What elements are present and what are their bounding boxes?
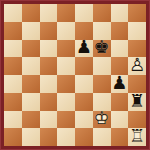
white-king[interactable]: ♚♔ xyxy=(93,111,111,129)
square-d7[interactable] xyxy=(57,22,75,40)
square-f8[interactable] xyxy=(93,4,111,22)
square-b3[interactable] xyxy=(22,93,40,111)
piece-outline: ♙ xyxy=(129,57,145,75)
square-f2[interactable]: ♚♔ xyxy=(93,111,111,129)
square-c5[interactable] xyxy=(40,57,58,75)
square-b4[interactable] xyxy=(22,75,40,93)
piece-fill: ♚ xyxy=(94,110,110,128)
square-a4[interactable] xyxy=(4,75,22,93)
board-grid: ♟♚♟♙♟♜♚♔♜♖ xyxy=(4,4,146,146)
piece-glyph: ♟ xyxy=(111,74,127,92)
square-g2[interactable] xyxy=(111,111,129,129)
square-a8[interactable] xyxy=(4,4,22,22)
square-b6[interactable] xyxy=(22,40,40,58)
square-f4[interactable] xyxy=(93,75,111,93)
square-c1[interactable] xyxy=(40,128,58,146)
square-h8[interactable] xyxy=(128,4,146,22)
square-g6[interactable] xyxy=(111,40,129,58)
square-a6[interactable] xyxy=(4,40,22,58)
square-h5[interactable]: ♟♙ xyxy=(128,57,146,75)
square-e3[interactable] xyxy=(75,93,93,111)
square-d4[interactable] xyxy=(57,75,75,93)
square-g3[interactable] xyxy=(111,93,129,111)
piece-fill: ♜ xyxy=(129,128,145,146)
square-d8[interactable] xyxy=(57,4,75,22)
square-e1[interactable] xyxy=(75,128,93,146)
square-c3[interactable] xyxy=(40,93,58,111)
square-a7[interactable] xyxy=(4,22,22,40)
square-d2[interactable] xyxy=(57,111,75,129)
square-g1[interactable] xyxy=(111,128,129,146)
square-a3[interactable] xyxy=(4,93,22,111)
square-f6[interactable]: ♚ xyxy=(93,40,111,58)
square-d1[interactable] xyxy=(57,128,75,146)
square-f1[interactable] xyxy=(93,128,111,146)
square-c6[interactable] xyxy=(40,40,58,58)
piece-outline: ♔ xyxy=(94,110,110,128)
square-g5[interactable] xyxy=(111,57,129,75)
square-d3[interactable] xyxy=(57,93,75,111)
square-e8[interactable] xyxy=(75,4,93,22)
square-b5[interactable] xyxy=(22,57,40,75)
square-h3[interactable]: ♜ xyxy=(128,93,146,111)
square-a1[interactable] xyxy=(4,128,22,146)
square-b1[interactable] xyxy=(22,128,40,146)
square-h4[interactable] xyxy=(128,75,146,93)
square-c7[interactable] xyxy=(40,22,58,40)
square-d6[interactable] xyxy=(57,40,75,58)
square-c4[interactable] xyxy=(40,75,58,93)
square-g8[interactable] xyxy=(111,4,129,22)
square-e7[interactable] xyxy=(75,22,93,40)
square-e6[interactable]: ♟ xyxy=(75,40,93,58)
square-e5[interactable] xyxy=(75,57,93,75)
square-g4[interactable]: ♟ xyxy=(111,75,129,93)
black-rook[interactable]: ♜ xyxy=(128,93,146,111)
square-b8[interactable] xyxy=(22,4,40,22)
chess-board: ♟♚♟♙♟♜♚♔♜♖ xyxy=(0,0,150,150)
square-e2[interactable] xyxy=(75,111,93,129)
square-f5[interactable] xyxy=(93,57,111,75)
square-c8[interactable] xyxy=(40,4,58,22)
square-h1[interactable]: ♜♖ xyxy=(128,128,146,146)
square-c2[interactable] xyxy=(40,111,58,129)
square-f7[interactable] xyxy=(93,22,111,40)
square-h6[interactable] xyxy=(128,40,146,58)
white-pawn[interactable]: ♟♙ xyxy=(128,57,146,75)
square-g7[interactable] xyxy=(111,22,129,40)
white-rook[interactable]: ♜♖ xyxy=(128,128,146,146)
piece-outline: ♖ xyxy=(129,128,145,146)
square-a5[interactable] xyxy=(4,57,22,75)
piece-glyph: ♜ xyxy=(129,92,145,110)
piece-glyph: ♟ xyxy=(76,39,92,57)
piece-glyph: ♚ xyxy=(94,39,110,57)
square-b2[interactable] xyxy=(22,111,40,129)
square-e4[interactable] xyxy=(75,75,93,93)
black-pawn[interactable]: ♟ xyxy=(111,75,129,93)
square-f3[interactable] xyxy=(93,93,111,111)
square-b7[interactable] xyxy=(22,22,40,40)
square-a2[interactable] xyxy=(4,111,22,129)
square-d5[interactable] xyxy=(57,57,75,75)
black-pawn[interactable]: ♟ xyxy=(75,40,93,58)
square-h2[interactable] xyxy=(128,111,146,129)
piece-fill: ♟ xyxy=(129,57,145,75)
square-h7[interactable] xyxy=(128,22,146,40)
black-king[interactable]: ♚ xyxy=(93,40,111,58)
